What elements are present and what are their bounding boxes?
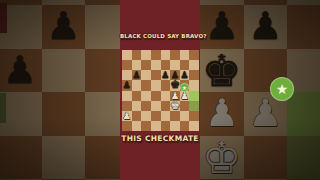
top-caption: BLACK COULD SAY BRAVO? (120, 33, 200, 39)
square-e6[interactable]: ♟ (161, 70, 171, 80)
square-a5[interactable]: ♟ (122, 80, 132, 90)
square-g4[interactable]: ♟ (180, 91, 190, 101)
square-b2[interactable] (132, 111, 142, 121)
square-d7[interactable] (151, 60, 161, 70)
best-move-star-badge: ★ (180, 83, 189, 92)
square-e4[interactable] (161, 91, 171, 101)
square-f8[interactable] (170, 50, 180, 60)
square-d4[interactable] (151, 91, 161, 101)
square-d2[interactable] (151, 111, 161, 121)
video-frame: ♟♟♟ ♟♟♚♟♟♚ ★ BLACK COULD SAY BRAVO? ♟♟♟♟… (0, 0, 320, 180)
black-pawn[interactable]: ♟ (180, 70, 190, 80)
square-a1[interactable] (122, 121, 132, 131)
square-d8[interactable] (151, 50, 161, 60)
square-h5[interactable] (189, 80, 199, 90)
square-c4[interactable] (141, 91, 151, 101)
star-icon: ★ (182, 85, 187, 91)
background-panel-left: ♟♟♟ (0, 0, 120, 180)
square-h3[interactable] (189, 101, 199, 111)
square-g2[interactable] (180, 111, 190, 121)
square-b1[interactable] (132, 121, 142, 131)
square-f1[interactable] (170, 121, 180, 131)
square-b3[interactable] (132, 101, 142, 111)
white-king[interactable]: ♚ (170, 101, 180, 111)
square-b7[interactable] (132, 60, 142, 70)
background-panel-right: ♟♟♚♟♟♚ ★ (200, 0, 320, 180)
square-h1[interactable] (189, 121, 199, 131)
square-d5[interactable] (151, 80, 161, 90)
square-g6[interactable]: ♟ (180, 70, 190, 80)
square-b6[interactable]: ♟ (132, 70, 142, 80)
square-g8[interactable] (180, 50, 190, 60)
white-pawn[interactable]: ♟ (122, 111, 132, 121)
square-g1[interactable] (180, 121, 190, 131)
square-a3[interactable] (122, 101, 132, 111)
square-e7[interactable] (161, 60, 171, 70)
square-d1[interactable] (151, 121, 161, 131)
square-e1[interactable] (161, 121, 171, 131)
square-b5[interactable] (132, 80, 142, 90)
square-e5[interactable] (161, 80, 171, 90)
square-a4[interactable] (122, 91, 132, 101)
square-c1[interactable] (141, 121, 151, 131)
square-f2[interactable] (170, 111, 180, 121)
square-e2[interactable] (161, 111, 171, 121)
square-h4[interactable] (189, 91, 199, 101)
square-f6[interactable]: ♟ (170, 70, 180, 80)
square-c8[interactable] (141, 50, 151, 60)
square-c2[interactable] (141, 111, 151, 121)
square-a6[interactable] (122, 70, 132, 80)
square-h7[interactable] (189, 60, 199, 70)
black-pawn[interactable]: ♟ (161, 70, 171, 80)
square-a2[interactable]: ♟ (122, 111, 132, 121)
square-c7[interactable] (141, 60, 151, 70)
black-pawn[interactable]: ♟ (170, 70, 180, 80)
square-f7[interactable] (170, 60, 180, 70)
square-e3[interactable] (161, 101, 171, 111)
square-g3[interactable] (180, 101, 190, 111)
square-h2[interactable] (189, 111, 199, 121)
best-move-star-badge-large: ★ (270, 77, 294, 101)
white-pawn[interactable]: ♟ (170, 91, 180, 101)
square-g7[interactable] (180, 60, 190, 70)
square-h8[interactable] (189, 50, 199, 60)
vignette-overlay (200, 0, 320, 180)
square-d3[interactable] (151, 101, 161, 111)
square-a7[interactable] (122, 60, 132, 70)
square-f4[interactable]: ♟ (170, 91, 180, 101)
square-f3[interactable]: ♚ (170, 101, 180, 111)
square-b4[interactable] (132, 91, 142, 101)
square-e8[interactable] (161, 50, 171, 60)
bottom-caption: THIS CHECKMATE (120, 134, 200, 143)
star-icon: ★ (276, 82, 289, 96)
center-panel: BLACK COULD SAY BRAVO? ♟♟♟♟♟♚♟♟♚♟ ★ THIS… (120, 0, 200, 180)
square-a8[interactable] (122, 50, 132, 60)
square-d6[interactable] (151, 70, 161, 80)
square-c5[interactable] (141, 80, 151, 90)
square-c3[interactable] (141, 101, 151, 111)
square-h6[interactable] (189, 70, 199, 80)
vignette-overlay (0, 0, 120, 180)
black-king[interactable]: ♚ (170, 80, 180, 90)
square-c6[interactable] (141, 70, 151, 80)
black-pawn[interactable]: ♟ (122, 80, 132, 90)
square-f5[interactable]: ♚ (170, 80, 180, 90)
black-pawn[interactable]: ♟ (132, 70, 142, 80)
white-pawn[interactable]: ♟ (180, 91, 190, 101)
square-b8[interactable] (132, 50, 142, 60)
